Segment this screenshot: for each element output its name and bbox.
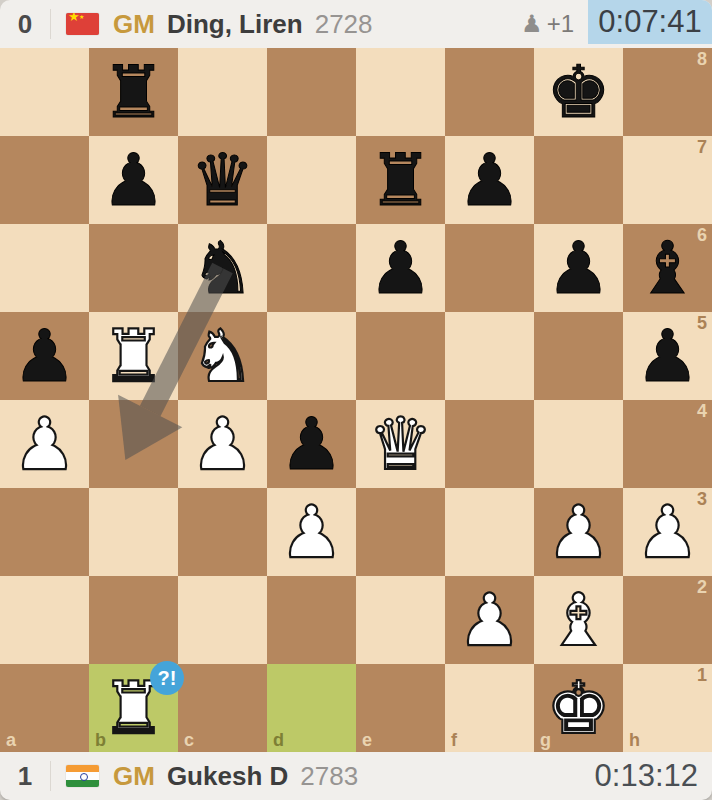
square-g8[interactable]: ♚ xyxy=(534,48,623,136)
white-bishop-g2[interactable]: ♝ xyxy=(546,584,611,656)
flag-chakra xyxy=(80,773,88,781)
black-pawn-h5[interactable]: ♟ xyxy=(635,320,700,392)
square-c1[interactable]: c xyxy=(178,664,267,752)
square-a8[interactable] xyxy=(0,48,89,136)
square-c3[interactable] xyxy=(178,488,267,576)
square-g4[interactable] xyxy=(534,400,623,488)
move-annotation-badge: ?! xyxy=(150,661,184,695)
square-e1[interactable]: e xyxy=(356,664,445,752)
square-h5[interactable]: 5♟ xyxy=(623,312,712,400)
square-c7[interactable]: ♛ xyxy=(178,136,267,224)
square-b5[interactable]: ♜ xyxy=(89,312,178,400)
white-king-g1[interactable]: ♚ xyxy=(546,672,611,744)
rank-label-1: 1 xyxy=(697,666,707,684)
black-queen-c7[interactable]: ♛ xyxy=(190,144,255,216)
rank-label-4: 4 xyxy=(697,402,707,420)
top-player-score: 0 xyxy=(0,9,50,40)
white-pawn-c4[interactable]: ♟ xyxy=(190,408,255,480)
top-player-clock: 0:07:41 xyxy=(598,4,701,40)
square-b4[interactable] xyxy=(89,400,178,488)
square-g7[interactable] xyxy=(534,136,623,224)
square-d8[interactable] xyxy=(267,48,356,136)
bottom-player-rating: 2783 xyxy=(300,761,358,792)
black-pawn-b7[interactable]: ♟ xyxy=(101,144,166,216)
square-e3[interactable] xyxy=(356,488,445,576)
square-f6[interactable] xyxy=(445,224,534,312)
file-label-f: f xyxy=(451,731,457,749)
rank-label-7: 7 xyxy=(697,138,707,156)
white-pawn-h3[interactable]: ♟ xyxy=(635,496,700,568)
square-f3[interactable] xyxy=(445,488,534,576)
top-player-name: Ding, Liren xyxy=(167,9,303,40)
flag-star: ★ xyxy=(68,13,80,23)
black-pawn-a5[interactable]: ♟ xyxy=(12,320,77,392)
top-player-title: GM xyxy=(113,9,155,40)
pawn-icon: ♟ xyxy=(521,12,543,36)
square-f5[interactable] xyxy=(445,312,534,400)
square-g2[interactable]: ♝ xyxy=(534,576,623,664)
file-label-c: c xyxy=(184,731,194,749)
square-a4[interactable]: ♟ xyxy=(0,400,89,488)
top-player-rating: 2728 xyxy=(315,9,373,40)
square-a7[interactable] xyxy=(0,136,89,224)
flag-stripe-saffron xyxy=(66,765,99,772)
bottom-player-title: GM xyxy=(113,761,155,792)
white-knight-c5[interactable]: ♞ xyxy=(190,320,255,392)
square-e6[interactable]: ♟ xyxy=(356,224,445,312)
square-c6[interactable]: ♞ xyxy=(178,224,267,312)
black-rook-b8[interactable]: ♜ xyxy=(101,56,166,128)
square-e8[interactable] xyxy=(356,48,445,136)
divider xyxy=(50,761,51,791)
square-d5[interactable] xyxy=(267,312,356,400)
square-f7[interactable]: ♟ xyxy=(445,136,534,224)
black-pawn-d4[interactable]: ♟ xyxy=(279,408,344,480)
black-pawn-e6[interactable]: ♟ xyxy=(368,232,433,304)
file-label-a: a xyxy=(6,731,16,749)
square-d2[interactable] xyxy=(267,576,356,664)
square-f8[interactable] xyxy=(445,48,534,136)
square-c8[interactable] xyxy=(178,48,267,136)
square-h4[interactable]: 4 xyxy=(623,400,712,488)
white-pawn-f2[interactable]: ♟ xyxy=(457,584,522,656)
square-b2[interactable] xyxy=(89,576,178,664)
black-knight-c6[interactable]: ♞ xyxy=(190,232,255,304)
square-d3[interactable]: ♟ xyxy=(267,488,356,576)
file-label-h: h xyxy=(629,731,640,749)
chess-board[interactable]: ♜♚8♟♛♜♟7♞♟♟6♝♟♜♞5♟♟♟♟♛4♟♟3♟♟♝2ab♜cdefg♚h… xyxy=(0,48,712,752)
black-king-g8[interactable]: ♚ xyxy=(546,56,611,128)
square-c2[interactable] xyxy=(178,576,267,664)
black-pawn-g6[interactable]: ♟ xyxy=(546,232,611,304)
square-g1[interactable]: g♚ xyxy=(534,664,623,752)
black-bishop-h6[interactable]: ♝ xyxy=(635,232,700,304)
square-h7[interactable]: 7 xyxy=(623,136,712,224)
bottom-player-bar: 1 GM Gukesh D 2783 0:13:12 xyxy=(0,752,712,800)
square-e7[interactable]: ♜ xyxy=(356,136,445,224)
square-f4[interactable] xyxy=(445,400,534,488)
square-d6[interactable] xyxy=(267,224,356,312)
top-player-bar: 0 ★ ★ GM Ding, Liren 2728 ♟ +1 0:07:41 xyxy=(0,0,712,48)
square-e2[interactable] xyxy=(356,576,445,664)
square-b7[interactable]: ♟ xyxy=(89,136,178,224)
black-pawn-f7[interactable]: ♟ xyxy=(457,144,522,216)
white-pawn-g3[interactable]: ♟ xyxy=(546,496,611,568)
square-a2[interactable] xyxy=(0,576,89,664)
square-e5[interactable] xyxy=(356,312,445,400)
square-a1[interactable]: a xyxy=(0,664,89,752)
white-pawn-d3[interactable]: ♟ xyxy=(279,496,344,568)
square-d1[interactable]: d xyxy=(267,664,356,752)
square-h1[interactable]: h1 xyxy=(623,664,712,752)
square-a5[interactable]: ♟ xyxy=(0,312,89,400)
file-label-d: d xyxy=(273,731,284,749)
square-h6[interactable]: 6♝ xyxy=(623,224,712,312)
square-d4[interactable]: ♟ xyxy=(267,400,356,488)
bottom-player-score: 1 xyxy=(0,761,50,792)
white-pawn-a4[interactable]: ♟ xyxy=(12,408,77,480)
chess-broadcast-widget: 0 ★ ★ GM Ding, Liren 2728 ♟ +1 0:07:41 ♜… xyxy=(0,0,712,800)
square-b3[interactable] xyxy=(89,488,178,576)
square-c4[interactable]: ♟ xyxy=(178,400,267,488)
black-rook-e7[interactable]: ♜ xyxy=(368,144,433,216)
square-g5[interactable] xyxy=(534,312,623,400)
top-player-clock-active: 0:07:41 xyxy=(588,0,712,44)
square-h2[interactable]: 2 xyxy=(623,576,712,664)
square-d7[interactable] xyxy=(267,136,356,224)
material-advantage-value: +1 xyxy=(547,10,574,38)
white-queen-e4[interactable]: ♛ xyxy=(368,408,433,480)
flag-stripe-white xyxy=(66,772,99,779)
square-f2[interactable]: ♟ xyxy=(445,576,534,664)
square-b6[interactable] xyxy=(89,224,178,312)
square-e4[interactable]: ♛ xyxy=(356,400,445,488)
square-a6[interactable] xyxy=(0,224,89,312)
square-g6[interactable]: ♟ xyxy=(534,224,623,312)
flag-star-small: ★ xyxy=(79,14,84,20)
square-c5[interactable]: ♞ xyxy=(178,312,267,400)
square-f1[interactable]: f xyxy=(445,664,534,752)
square-h8[interactable]: 8 xyxy=(623,48,712,136)
material-advantage: ♟ +1 xyxy=(521,10,574,38)
divider xyxy=(50,9,51,39)
india-flag-icon xyxy=(66,765,99,787)
rank-label-2: 2 xyxy=(697,578,707,596)
square-a3[interactable] xyxy=(0,488,89,576)
square-b8[interactable]: ♜ xyxy=(89,48,178,136)
white-rook-b5[interactable]: ♜ xyxy=(101,320,166,392)
china-flag-icon: ★ ★ xyxy=(66,13,99,35)
rank-label-8: 8 xyxy=(697,50,707,68)
file-label-e: e xyxy=(362,731,372,749)
bottom-player-name: Gukesh D xyxy=(167,761,288,792)
bottom-player-clock: 0:13:12 xyxy=(595,758,712,794)
square-h3[interactable]: 3♟ xyxy=(623,488,712,576)
square-g3[interactable]: ♟ xyxy=(534,488,623,576)
